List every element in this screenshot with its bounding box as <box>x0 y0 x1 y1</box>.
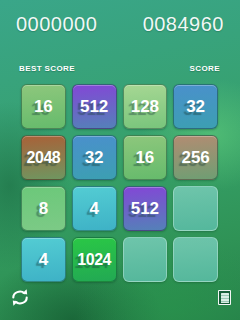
tile-value: 4 <box>39 250 48 270</box>
tile-value: 32 <box>186 97 205 117</box>
tile-value: 512 <box>80 97 108 117</box>
tile-32: 32 <box>173 84 218 129</box>
game-screen: 0000000 0084960 BEST SCORE SCORE 1651212… <box>0 0 240 320</box>
tile-4: 4 <box>21 237 66 282</box>
list-menu-button[interactable] <box>218 290 231 305</box>
tile-16: 16 <box>123 135 168 180</box>
board-grid[interactable]: 1651212832204832162568451241024 <box>21 84 218 282</box>
tile-value: 256 <box>181 148 209 168</box>
tile-value: 1024 <box>77 251 111 269</box>
tile-1024: 1024 <box>72 237 117 282</box>
tile-value: 16 <box>135 148 154 168</box>
tile-2048: 2048 <box>21 135 66 180</box>
list-page-icon <box>221 293 229 303</box>
tile-4: 4 <box>72 186 117 231</box>
tile-value: 8 <box>39 199 48 219</box>
tile-32: 32 <box>72 135 117 180</box>
tile-16: 16 <box>21 84 66 129</box>
best-score-label: BEST SCORE <box>19 64 75 73</box>
tile-value: 512 <box>131 199 159 219</box>
score-value: 0084960 <box>143 13 224 36</box>
score-label: SCORE <box>190 64 220 73</box>
tile-256: 256 <box>173 135 218 180</box>
tile-value: 16 <box>34 97 53 117</box>
empty-cell <box>123 237 168 282</box>
tile-512: 512 <box>72 84 117 129</box>
restart-button[interactable] <box>10 288 30 307</box>
tile-value: 4 <box>89 199 98 219</box>
empty-cell <box>173 186 218 231</box>
best-score-value: 0000000 <box>16 13 97 36</box>
tile-512: 512 <box>123 186 168 231</box>
empty-cell <box>173 237 218 282</box>
tile-value: 32 <box>85 148 104 168</box>
tile-value: 128 <box>131 97 159 117</box>
tile-8: 8 <box>21 186 66 231</box>
tile-value: 2048 <box>27 149 61 167</box>
tile-128: 128 <box>123 84 168 129</box>
restart-icon <box>10 295 30 310</box>
